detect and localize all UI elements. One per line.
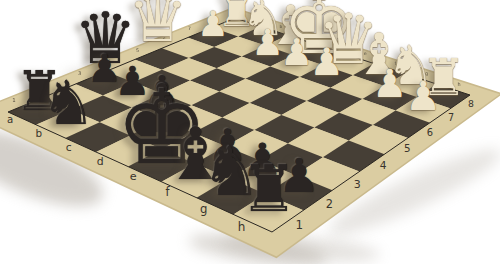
file-label-d: d [97,155,104,168]
chess-set-product-photo: aabbccddeeffgghh1122334455667788 ♜♞♟♝♛♚♟… [0,0,500,264]
white-pawn-c7[interactable]: ♟ [252,25,284,61]
rank-label-8: 8 [468,98,474,109]
rank-label-4: 4 [380,159,387,171]
white-pawn-h7[interactable]: ♟ [405,75,441,115]
white-pawn-e7[interactable]: ♟ [309,43,343,81]
rank-label-2: 2 [326,197,333,211]
white-pawn-g7[interactable]: ♟ [372,64,407,103]
file-label-c: c [66,141,72,154]
rank-tick-7: 7 [188,26,191,31]
white-pawn-d7[interactable]: ♟ [280,34,313,71]
file-label-a: a [7,114,13,125]
white-pawn-a7[interactable]: ♟ [197,7,228,42]
rank-label-7: 7 [448,112,454,123]
black-rook-h1[interactable]: ♜ [240,157,297,221]
rank-label-6: 6 [427,127,433,138]
rank-label-5: 5 [404,142,411,154]
black-knight-b1[interactable]: ♞ [41,71,96,132]
rank-label-3: 3 [354,178,361,191]
